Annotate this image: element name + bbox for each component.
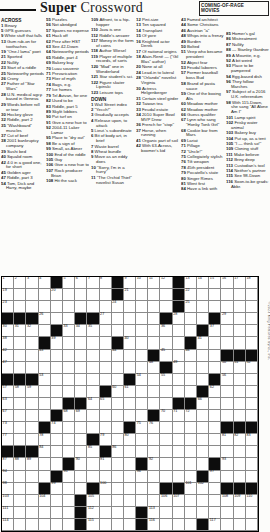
grid-cell[interactable]: 114	[2, 519, 14, 531]
grid-cell[interactable]: 16	[221, 277, 233, 289]
grid-cell[interactable]	[63, 507, 75, 519]
grid-cell[interactable]	[39, 386, 51, 398]
grid-cell[interactable]	[26, 337, 38, 349]
grid-cell[interactable]: 29	[221, 313, 233, 325]
grid-cell[interactable]	[75, 434, 87, 446]
grid-cell[interactable]	[246, 471, 258, 483]
grid-cell[interactable]: 24	[112, 301, 124, 313]
grid-cell[interactable]	[221, 507, 233, 519]
grid-cell[interactable]: 45	[160, 350, 172, 362]
grid-cell[interactable]: 10	[136, 277, 148, 289]
grid-cell[interactable]	[112, 507, 124, 519]
grid-cell[interactable]	[197, 301, 209, 313]
grid-cell[interactable]	[148, 313, 160, 325]
grid-cell[interactable]	[51, 362, 63, 374]
grid-cell[interactable]	[124, 483, 136, 495]
grid-cell[interactable]	[39, 289, 51, 301]
grid-cell[interactable]: 54	[136, 374, 148, 386]
grid-cell[interactable]	[124, 313, 136, 325]
grid-cell[interactable]: 115	[87, 519, 99, 531]
grid-cell[interactable]	[246, 446, 258, 458]
grid-cell[interactable]	[160, 422, 172, 434]
grid-cell[interactable]: 47	[2, 362, 14, 374]
grid-cell[interactable]	[124, 350, 136, 362]
grid-cell[interactable]	[160, 519, 172, 531]
grid-cell[interactable]: 26	[39, 313, 51, 325]
grid-cell[interactable]	[26, 483, 38, 495]
grid-cell[interactable]	[51, 386, 63, 398]
grid-cell[interactable]	[160, 507, 172, 519]
grid-cell[interactable]: 25	[185, 301, 197, 313]
grid-cell[interactable]	[185, 386, 197, 398]
grid-cell[interactable]: 66	[197, 398, 209, 410]
grid-cell[interactable]: 76	[148, 422, 160, 434]
grid-cell[interactable]: 74	[51, 422, 63, 434]
grid-cell[interactable]	[75, 422, 87, 434]
grid-cell[interactable]	[246, 458, 258, 470]
grid-cell[interactable]: 107	[173, 495, 185, 507]
grid-cell[interactable]	[14, 495, 26, 507]
grid-cell[interactable]	[197, 458, 209, 470]
grid-cell[interactable]	[87, 337, 99, 349]
grid-cell[interactable]	[100, 519, 112, 531]
grid-cell[interactable]: 117	[209, 519, 221, 531]
grid-cell[interactable]	[197, 422, 209, 434]
grid-cell[interactable]	[63, 519, 75, 531]
grid-cell[interactable]	[221, 386, 233, 398]
grid-cell[interactable]: 60	[112, 386, 124, 398]
grid-cell[interactable]	[26, 519, 38, 531]
grid-cell[interactable]: 97	[209, 471, 221, 483]
grid-cell[interactable]	[100, 495, 112, 507]
grid-cell[interactable]: 58	[14, 386, 26, 398]
grid-cell[interactable]	[63, 337, 75, 349]
grid-cell[interactable]: 7	[87, 277, 99, 289]
grid-cell[interactable]: 116	[148, 519, 160, 531]
grid-cell[interactable]	[246, 410, 258, 422]
grid-cell[interactable]	[87, 350, 99, 362]
grid-cell[interactable]	[148, 398, 160, 410]
grid-cell[interactable]	[185, 422, 197, 434]
grid-cell[interactable]	[246, 398, 258, 410]
grid-cell[interactable]	[14, 434, 26, 446]
grid-cell[interactable]	[63, 386, 75, 398]
grid-cell[interactable]: 49	[173, 362, 185, 374]
grid-cell[interactable]	[112, 471, 124, 483]
grid-cell[interactable]	[87, 374, 99, 386]
grid-cell[interactable]	[124, 398, 136, 410]
grid-cell[interactable]	[136, 301, 148, 313]
grid-cell[interactable]	[14, 410, 26, 422]
grid-cell[interactable]: 12	[160, 277, 172, 289]
grid-cell[interactable]: 59	[26, 386, 38, 398]
grid-cell[interactable]	[209, 337, 221, 349]
grid-cell[interactable]	[173, 374, 185, 386]
grid-cell[interactable]	[221, 471, 233, 483]
grid-cell[interactable]: 75	[136, 422, 148, 434]
grid-cell[interactable]	[234, 471, 246, 483]
grid-cell[interactable]	[246, 374, 258, 386]
grid-cell[interactable]: 34	[75, 325, 87, 337]
grid-cell[interactable]	[234, 446, 246, 458]
grid-cell[interactable]	[124, 362, 136, 374]
grid-cell[interactable]	[246, 301, 258, 313]
grid-cell[interactable]: 36	[160, 325, 172, 337]
grid-cell[interactable]: 35	[87, 325, 99, 337]
grid-cell[interactable]: 50	[221, 362, 233, 374]
grid-cell[interactable]	[124, 471, 136, 483]
grid-cell[interactable]	[234, 386, 246, 398]
grid-cell[interactable]	[246, 519, 258, 531]
grid-cell[interactable]	[100, 507, 112, 519]
grid-cell[interactable]	[100, 337, 112, 349]
grid-cell[interactable]	[26, 471, 38, 483]
grid-cell[interactable]	[14, 350, 26, 362]
grid-cell[interactable]	[63, 446, 75, 458]
grid-cell[interactable]	[173, 325, 185, 337]
grid-cell[interactable]	[63, 301, 75, 313]
grid-cell[interactable]	[100, 362, 112, 374]
grid-cell[interactable]: 82	[234, 434, 246, 446]
grid-cell[interactable]: 79	[100, 434, 112, 446]
grid-cell[interactable]	[148, 301, 160, 313]
grid-cell[interactable]	[234, 313, 246, 325]
grid-cell[interactable]: 17	[234, 277, 246, 289]
crossword-grid[interactable]: 1234567891011121314151617181920212223242…	[1, 276, 259, 532]
grid-cell[interactable]: 91	[100, 458, 112, 470]
grid-cell[interactable]: 61	[124, 386, 136, 398]
grid-cell[interactable]	[63, 495, 75, 507]
grid-cell[interactable]	[87, 458, 99, 470]
grid-cell[interactable]	[124, 495, 136, 507]
grid-cell[interactable]	[185, 374, 197, 386]
grid-cell[interactable]	[51, 313, 63, 325]
grid-cell[interactable]	[221, 519, 233, 531]
grid-cell[interactable]	[221, 410, 233, 422]
grid-cell[interactable]	[63, 422, 75, 434]
grid-cell[interactable]	[234, 410, 246, 422]
grid-cell[interactable]: 5	[63, 277, 75, 289]
grid-cell[interactable]	[197, 350, 209, 362]
grid-cell[interactable]	[246, 289, 258, 301]
grid-cell[interactable]	[136, 398, 148, 410]
grid-cell[interactable]	[209, 350, 221, 362]
grid-cell[interactable]	[87, 362, 99, 374]
grid-cell[interactable]: 2	[14, 277, 26, 289]
grid-cell[interactable]	[136, 483, 148, 495]
grid-cell[interactable]	[75, 350, 87, 362]
grid-cell[interactable]: 89	[26, 458, 38, 470]
grid-cell[interactable]	[112, 362, 124, 374]
grid-cell[interactable]: 92	[148, 458, 160, 470]
grid-cell[interactable]: 68	[63, 410, 75, 422]
grid-cell[interactable]	[26, 434, 38, 446]
grid-cell[interactable]: 4	[39, 277, 51, 289]
grid-cell[interactable]	[63, 374, 75, 386]
grid-cell[interactable]	[173, 507, 185, 519]
grid-cell[interactable]	[160, 446, 172, 458]
grid-cell[interactable]	[136, 362, 148, 374]
grid-cell[interactable]	[148, 386, 160, 398]
grid-cell[interactable]	[209, 301, 221, 313]
grid-cell[interactable]	[124, 410, 136, 422]
grid-cell[interactable]: 21	[124, 289, 136, 301]
grid-cell[interactable]	[246, 337, 258, 349]
grid-cell[interactable]	[185, 507, 197, 519]
grid-cell[interactable]	[160, 386, 172, 398]
grid-cell[interactable]	[173, 519, 185, 531]
grid-cell[interactable]	[173, 434, 185, 446]
grid-cell[interactable]	[14, 337, 26, 349]
grid-cell[interactable]	[87, 422, 99, 434]
grid-cell[interactable]: 46	[185, 350, 197, 362]
grid-cell[interactable]	[136, 350, 148, 362]
grid-cell[interactable]	[148, 337, 160, 349]
grid-cell[interactable]: 77	[2, 434, 14, 446]
grid-cell[interactable]: 37	[209, 325, 221, 337]
grid-cell[interactable]	[173, 471, 185, 483]
grid-cell[interactable]	[75, 374, 87, 386]
grid-cell[interactable]	[148, 289, 160, 301]
grid-cell[interactable]	[39, 362, 51, 374]
grid-cell[interactable]	[112, 398, 124, 410]
grid-cell[interactable]	[221, 398, 233, 410]
grid-cell[interactable]: 83	[246, 434, 258, 446]
grid-cell[interactable]	[136, 446, 148, 458]
grid-cell[interactable]	[173, 458, 185, 470]
grid-cell[interactable]	[209, 483, 221, 495]
grid-cell[interactable]: 93	[221, 458, 233, 470]
grid-cell[interactable]	[246, 507, 258, 519]
grid-cell[interactable]	[209, 362, 221, 374]
grid-cell[interactable]: 84	[39, 446, 51, 458]
grid-cell[interactable]	[14, 289, 26, 301]
grid-cell[interactable]	[14, 301, 26, 313]
grid-cell[interactable]	[51, 374, 63, 386]
grid-cell[interactable]	[124, 301, 136, 313]
grid-cell[interactable]	[100, 289, 112, 301]
grid-cell[interactable]: 81	[221, 434, 233, 446]
grid-cell[interactable]	[148, 325, 160, 337]
grid-cell[interactable]	[209, 434, 221, 446]
grid-cell[interactable]	[26, 410, 38, 422]
grid-cell[interactable]	[75, 471, 87, 483]
grid-cell[interactable]	[112, 410, 124, 422]
grid-cell[interactable]: 27	[100, 313, 112, 325]
grid-cell[interactable]: 41	[197, 337, 209, 349]
grid-cell[interactable]	[112, 325, 124, 337]
grid-cell[interactable]	[173, 386, 185, 398]
grid-cell[interactable]	[185, 434, 197, 446]
grid-cell[interactable]	[75, 301, 87, 313]
grid-cell[interactable]	[185, 458, 197, 470]
grid-cell[interactable]: 31	[14, 325, 26, 337]
grid-cell[interactable]: 65	[100, 398, 112, 410]
grid-cell[interactable]	[234, 398, 246, 410]
grid-cell[interactable]	[246, 325, 258, 337]
grid-cell[interactable]: 8	[100, 277, 112, 289]
grid-cell[interactable]	[75, 337, 87, 349]
grid-cell[interactable]	[221, 325, 233, 337]
grid-cell[interactable]	[197, 507, 209, 519]
grid-cell[interactable]	[148, 483, 160, 495]
grid-cell[interactable]	[51, 495, 63, 507]
grid-cell[interactable]: 95	[63, 471, 75, 483]
grid-cell[interactable]	[209, 422, 221, 434]
grid-cell[interactable]: 85	[87, 446, 99, 458]
grid-cell[interactable]	[246, 386, 258, 398]
grid-cell[interactable]: 96	[136, 471, 148, 483]
grid-cell[interactable]	[51, 458, 63, 470]
grid-cell[interactable]	[14, 362, 26, 374]
grid-cell[interactable]: 103	[2, 495, 14, 507]
grid-cell[interactable]: 28	[173, 313, 185, 325]
grid-cell[interactable]	[100, 374, 112, 386]
grid-cell[interactable]	[63, 362, 75, 374]
grid-cell[interactable]	[185, 446, 197, 458]
grid-cell[interactable]	[234, 325, 246, 337]
grid-cell[interactable]	[100, 410, 112, 422]
grid-cell[interactable]	[197, 289, 209, 301]
grid-cell[interactable]	[26, 495, 38, 507]
grid-cell[interactable]	[51, 446, 63, 458]
grid-cell[interactable]	[51, 507, 63, 519]
grid-cell[interactable]	[185, 313, 197, 325]
grid-cell[interactable]	[75, 483, 87, 495]
grid-cell[interactable]	[14, 471, 26, 483]
grid-cell[interactable]	[14, 519, 26, 531]
grid-cell[interactable]	[51, 519, 63, 531]
grid-cell[interactable]: 90	[75, 458, 87, 470]
grid-cell[interactable]	[197, 362, 209, 374]
grid-cell[interactable]	[197, 410, 209, 422]
grid-cell[interactable]	[209, 446, 221, 458]
grid-cell[interactable]: 101	[185, 483, 197, 495]
grid-cell[interactable]: 98	[2, 483, 14, 495]
grid-cell[interactable]	[136, 313, 148, 325]
grid-cell[interactable]	[63, 289, 75, 301]
grid-cell[interactable]	[124, 458, 136, 470]
grid-cell[interactable]	[63, 483, 75, 495]
grid-cell[interactable]	[87, 471, 99, 483]
grid-cell[interactable]	[160, 301, 172, 313]
grid-cell[interactable]	[39, 398, 51, 410]
grid-cell[interactable]	[39, 471, 51, 483]
grid-cell[interactable]	[51, 434, 63, 446]
grid-cell[interactable]	[234, 337, 246, 349]
grid-cell[interactable]	[75, 289, 87, 301]
grid-cell[interactable]	[148, 495, 160, 507]
grid-cell[interactable]: 55	[160, 374, 172, 386]
grid-cell[interactable]: 15	[209, 277, 221, 289]
grid-cell[interactable]	[39, 519, 51, 531]
grid-cell[interactable]	[51, 350, 63, 362]
grid-cell[interactable]	[26, 507, 38, 519]
grid-cell[interactable]	[173, 337, 185, 349]
grid-cell[interactable]	[185, 495, 197, 507]
grid-cell[interactable]	[100, 350, 112, 362]
grid-cell[interactable]: 72	[185, 410, 197, 422]
grid-cell[interactable]	[209, 289, 221, 301]
grid-cell[interactable]: 14	[197, 277, 209, 289]
grid-cell[interactable]	[136, 325, 148, 337]
grid-cell[interactable]: 18	[246, 277, 258, 289]
grid-cell[interactable]: 109	[234, 495, 246, 507]
grid-cell[interactable]	[148, 471, 160, 483]
grid-cell[interactable]: 48	[148, 362, 160, 374]
grid-cell[interactable]	[136, 495, 148, 507]
grid-cell[interactable]: 70	[160, 410, 172, 422]
grid-cell[interactable]	[185, 362, 197, 374]
grid-cell[interactable]: 6	[75, 277, 87, 289]
grid-cell[interactable]	[14, 483, 26, 495]
grid-cell[interactable]	[112, 519, 124, 531]
grid-cell[interactable]	[148, 374, 160, 386]
grid-cell[interactable]: 102	[197, 483, 209, 495]
grid-cell[interactable]	[63, 350, 75, 362]
grid-cell[interactable]	[234, 458, 246, 470]
grid-cell[interactable]	[112, 313, 124, 325]
grid-cell[interactable]	[75, 386, 87, 398]
grid-cell[interactable]: 53	[39, 374, 51, 386]
grid-cell[interactable]	[160, 289, 172, 301]
grid-cell[interactable]	[148, 434, 160, 446]
grid-cell[interactable]	[39, 458, 51, 470]
grid-cell[interactable]: 32	[26, 325, 38, 337]
grid-cell[interactable]: 62	[209, 386, 221, 398]
grid-cell[interactable]: 88	[14, 458, 26, 470]
grid-cell[interactable]	[112, 483, 124, 495]
grid-cell[interactable]	[87, 301, 99, 313]
grid-cell[interactable]	[26, 289, 38, 301]
grid-cell[interactable]: 64	[87, 398, 99, 410]
grid-cell[interactable]: 100	[100, 483, 112, 495]
grid-cell[interactable]: 106	[160, 495, 172, 507]
grid-cell[interactable]: 110	[246, 495, 258, 507]
grid-cell[interactable]	[221, 289, 233, 301]
grid-cell[interactable]	[221, 337, 233, 349]
grid-cell[interactable]: 52	[246, 362, 258, 374]
grid-cell[interactable]	[197, 434, 209, 446]
grid-cell[interactable]	[185, 519, 197, 531]
grid-cell[interactable]: 11	[148, 277, 160, 289]
grid-cell[interactable]: 108	[221, 495, 233, 507]
grid-cell[interactable]	[51, 398, 63, 410]
grid-cell[interactable]: 71	[173, 410, 185, 422]
grid-cell[interactable]: 86	[112, 446, 124, 458]
grid-cell[interactable]	[234, 519, 246, 531]
grid-cell[interactable]: 69	[75, 410, 87, 422]
grid-cell[interactable]	[87, 410, 99, 422]
grid-cell[interactable]	[136, 434, 148, 446]
grid-cell[interactable]	[197, 313, 209, 325]
grid-cell[interactable]	[197, 446, 209, 458]
grid-cell[interactable]	[124, 446, 136, 458]
grid-cell[interactable]: 3	[26, 277, 38, 289]
grid-cell[interactable]	[197, 495, 209, 507]
grid-cell[interactable]	[26, 422, 38, 434]
grid-cell[interactable]	[234, 374, 246, 386]
grid-cell[interactable]	[14, 398, 26, 410]
grid-cell[interactable]	[14, 507, 26, 519]
grid-cell[interactable]	[14, 422, 26, 434]
grid-cell[interactable]	[160, 458, 172, 470]
grid-cell[interactable]: 20	[51, 289, 63, 301]
grid-cell[interactable]	[75, 362, 87, 374]
grid-cell[interactable]	[87, 289, 99, 301]
grid-cell[interactable]	[234, 507, 246, 519]
grid-cell[interactable]	[209, 410, 221, 422]
